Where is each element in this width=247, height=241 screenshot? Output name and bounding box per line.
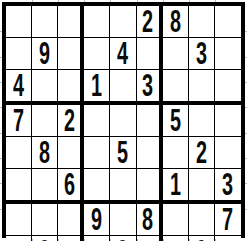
- cell-digit: 8: [170, 6, 181, 37]
- cell-r3c7[interactable]: [163, 70, 189, 105]
- margin-tick: [0, 183, 2, 184]
- cell-r7c5[interactable]: [110, 204, 136, 236]
- margin-tick: [245, 107, 247, 108]
- cell-digit: 7: [13, 105, 24, 136]
- cell-r2c8[interactable]: 3: [189, 38, 215, 70]
- cell-r1c8[interactable]: [189, 6, 215, 38]
- cell-r4c5[interactable]: [110, 105, 136, 137]
- margin-tick: [245, 158, 247, 159]
- margin-tick: [189, 0, 190, 2]
- cell-digit: 9: [39, 38, 50, 69]
- margin-tick: [245, 133, 247, 134]
- cell-digit: 9: [91, 204, 102, 235]
- cell-r7c3[interactable]: [58, 204, 84, 236]
- cell-digit: 8: [39, 137, 50, 168]
- cell-r1c3[interactable]: [58, 6, 84, 38]
- cell-digit: 1: [170, 169, 181, 200]
- cell-r4c4[interactable]: [84, 105, 110, 137]
- cell-r8c1[interactable]: [6, 236, 32, 241]
- cell-digit: 3: [196, 38, 207, 69]
- cell-r4c3[interactable]: 2: [58, 105, 84, 137]
- cell-r2c9[interactable]: [215, 38, 241, 70]
- margin-tick: [245, 82, 247, 83]
- cell-r1c4[interactable]: [84, 6, 110, 38]
- cell-digit: 2: [39, 236, 50, 241]
- cell-r5c9[interactable]: [215, 137, 241, 169]
- cell-r8c2[interactable]: 2: [32, 236, 58, 241]
- cell-r1c6[interactable]: 2: [137, 6, 163, 38]
- cell-digit: 3: [222, 169, 233, 200]
- sudoku-grid: 2894341372585261398723954: [6, 6, 241, 234]
- cell-r2c6[interactable]: [137, 38, 163, 70]
- cell-r1c1[interactable]: [6, 6, 32, 38]
- sudoku-page: 2894341372585261398723954: [0, 0, 247, 241]
- cell-r3c5[interactable]: [110, 70, 136, 105]
- cell-r6c4[interactable]: [84, 169, 110, 204]
- cell-digit: 3: [117, 236, 128, 241]
- cell-digit: 8: [142, 204, 153, 235]
- cell-r7c6[interactable]: 8: [137, 204, 163, 236]
- cell-r7c1[interactable]: [6, 204, 32, 236]
- cell-r3c1[interactable]: 4: [6, 70, 32, 105]
- cell-r5c4[interactable]: [84, 137, 110, 169]
- margin-tick: [0, 158, 2, 159]
- cell-r5c5[interactable]: 5: [110, 137, 136, 169]
- cell-r3c6[interactable]: 3: [137, 70, 163, 105]
- cell-r3c4[interactable]: 1: [84, 70, 110, 105]
- cell-r8c8[interactable]: 9: [189, 236, 215, 241]
- margin-tick: [0, 57, 2, 58]
- margin-tick: [0, 31, 2, 32]
- margin-tick: [84, 0, 85, 2]
- cell-digit: 5: [170, 105, 181, 136]
- cell-digit: 4: [13, 70, 24, 101]
- margin-tick: [0, 107, 2, 108]
- cell-r4c6[interactable]: [137, 105, 163, 137]
- cell-r5c1[interactable]: [6, 137, 32, 169]
- cell-digit: 9: [196, 236, 207, 241]
- cell-r6c8[interactable]: [189, 169, 215, 204]
- cell-r2c3[interactable]: [58, 38, 84, 70]
- cell-r6c1[interactable]: [6, 169, 32, 204]
- cell-r4c9[interactable]: [215, 105, 241, 137]
- cell-r6c3[interactable]: 6: [58, 169, 84, 204]
- cell-digit: 6: [64, 169, 75, 200]
- cell-r6c5[interactable]: [110, 169, 136, 204]
- cell-digit: 2: [196, 137, 207, 168]
- cell-r1c2[interactable]: [32, 6, 58, 38]
- margin-tick: [163, 0, 164, 2]
- cell-r8c3[interactable]: [58, 236, 84, 241]
- cell-r3c8[interactable]: [189, 70, 215, 105]
- cell-r7c9[interactable]: 7: [215, 204, 241, 236]
- cell-r5c7[interactable]: [163, 137, 189, 169]
- margin-tick: [245, 209, 247, 210]
- cell-r2c7[interactable]: [163, 38, 189, 70]
- cell-r6c7[interactable]: 1: [163, 169, 189, 204]
- margin-tick: [245, 31, 247, 32]
- margin-tick: [215, 0, 216, 2]
- margin-tick: [58, 0, 59, 2]
- cell-digit: 7: [222, 204, 233, 235]
- cell-r4c7[interactable]: 5: [163, 105, 189, 137]
- cell-r5c8[interactable]: 2: [189, 137, 215, 169]
- cell-r5c3[interactable]: [58, 137, 84, 169]
- margin-tick: [32, 0, 33, 2]
- cell-r1c7[interactable]: 8: [163, 6, 189, 38]
- margin-tick: [110, 0, 111, 2]
- sudoku-board: 2894341372585261398723954: [2, 2, 245, 238]
- cell-digit: 2: [142, 6, 153, 37]
- margin-tick: [137, 0, 138, 2]
- cell-r6c9[interactable]: 3: [215, 169, 241, 204]
- cell-digit: 4: [117, 38, 128, 69]
- cell-digit: 5: [117, 137, 128, 168]
- cell-r3c9[interactable]: [215, 70, 241, 105]
- margin-tick: [245, 183, 247, 184]
- cell-digit: 1: [91, 70, 102, 101]
- cell-r8c5[interactable]: 3: [110, 236, 136, 241]
- cell-r7c8[interactable]: [189, 204, 215, 236]
- margin-tick: [0, 209, 2, 210]
- cell-r2c4[interactable]: [84, 38, 110, 70]
- cell-r7c7[interactable]: [163, 204, 189, 236]
- cell-r2c1[interactable]: [6, 38, 32, 70]
- cell-r4c8[interactable]: [189, 105, 215, 137]
- cell-r3c2[interactable]: [32, 70, 58, 105]
- margin-tick: [0, 82, 2, 83]
- cell-r8c7[interactable]: [163, 236, 189, 241]
- cell-r5c6[interactable]: [137, 137, 163, 169]
- cell-r4c2[interactable]: [32, 105, 58, 137]
- cell-r2c5[interactable]: 4: [110, 38, 136, 70]
- cell-r2c2[interactable]: 9: [32, 38, 58, 70]
- cell-r1c5[interactable]: [110, 6, 136, 38]
- cell-r4c1[interactable]: 7: [6, 105, 32, 137]
- margin-tick: [245, 57, 247, 58]
- cell-digit: 2: [64, 105, 75, 136]
- cell-digit: 3: [142, 70, 153, 101]
- cell-r6c6[interactable]: [137, 169, 163, 204]
- cell-r3c3[interactable]: [58, 70, 84, 105]
- cell-r7c2[interactable]: [32, 204, 58, 236]
- margin-tick: [0, 133, 2, 134]
- cell-r7c4[interactable]: 9: [84, 204, 110, 236]
- cell-r5c2[interactable]: 8: [32, 137, 58, 169]
- cell-r6c2[interactable]: [32, 169, 58, 204]
- cell-r1c9[interactable]: [215, 6, 241, 38]
